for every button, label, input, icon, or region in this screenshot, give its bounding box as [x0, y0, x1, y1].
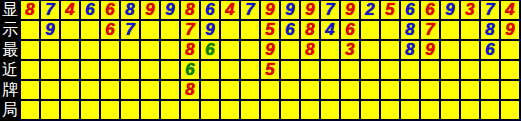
board-cell: 9: [261, 41, 279, 59]
board-cell: [121, 81, 139, 99]
board-cell: [421, 101, 439, 119]
board-cell: [101, 61, 119, 79]
board-cell: [361, 21, 379, 39]
board-cell: [281, 61, 299, 79]
board-cell: [101, 81, 119, 99]
board-cell: [241, 21, 259, 39]
board-cell: [61, 41, 79, 59]
board-cell: [361, 41, 379, 59]
board-cell: 4: [321, 21, 339, 39]
board-cell: [361, 81, 379, 99]
board-cell: [301, 101, 319, 119]
board-cell: [121, 61, 139, 79]
board-cell: 5: [381, 1, 399, 19]
board-cell: 8: [301, 21, 319, 39]
board-cell: [161, 41, 179, 59]
board-cell: 6: [401, 1, 419, 19]
board-cell: 3: [461, 1, 479, 19]
board-cell: [281, 101, 299, 119]
board-cell: [21, 101, 39, 119]
board-cell: [461, 21, 479, 39]
board-cell: 8: [481, 21, 499, 39]
board-cell: [161, 21, 179, 39]
board-cell: [101, 41, 119, 59]
board-cell: [141, 81, 159, 99]
board-cell: [41, 81, 59, 99]
board-cell: [61, 61, 79, 79]
board-cell: [401, 101, 419, 119]
board-cell: [41, 101, 59, 119]
board-cell: [221, 21, 239, 39]
board-cell: [321, 41, 339, 59]
board-cell: [441, 41, 459, 59]
board-cell: 6: [101, 1, 119, 19]
board-cell: [481, 101, 499, 119]
board-cell: [381, 21, 399, 39]
board-cell: [81, 41, 99, 59]
board-cell: [321, 101, 339, 119]
recent-games-scoreboard: 显示最近牌局 874668998647999792566937496779568…: [0, 0, 521, 121]
board-cell: [221, 101, 239, 119]
board-cell: [21, 81, 39, 99]
board-cell: [441, 81, 459, 99]
board-cell: 8: [21, 1, 39, 19]
board-cell: [501, 61, 519, 79]
board-cell: [61, 81, 79, 99]
board-cell: [21, 61, 39, 79]
board-cell: [261, 101, 279, 119]
board-cell: 9: [261, 1, 279, 19]
board-cell: 6: [481, 41, 499, 59]
board-cell: [301, 81, 319, 99]
board-cell: [381, 101, 399, 119]
board-cell: 9: [501, 21, 519, 39]
board-cell: [381, 41, 399, 59]
board-cell: [501, 81, 519, 99]
sidebar-label: 显示最近牌局: [0, 0, 20, 121]
board-cell: 4: [501, 1, 519, 19]
board-cell: 6: [81, 1, 99, 19]
board-cell: [421, 81, 439, 99]
board-cell: [81, 81, 99, 99]
board-cell: [141, 21, 159, 39]
board-cell: [281, 41, 299, 59]
board-cell: 6: [201, 41, 219, 59]
board-cell: 7: [121, 21, 139, 39]
board-cell: 4: [221, 1, 239, 19]
board-cell: [321, 81, 339, 99]
sidebar-label-char: 显: [0, 0, 20, 20]
board-cell: 6: [181, 61, 199, 79]
board-cell: 7: [241, 1, 259, 19]
board-cell: 7: [481, 1, 499, 19]
board-cell: [201, 81, 219, 99]
board-cell: [41, 61, 59, 79]
sidebar-label-char: 示: [0, 20, 20, 40]
board-cell: [461, 101, 479, 119]
game-history-grid: 8746689986479997925669374967795684687898…: [20, 0, 521, 121]
sidebar-label-char: 最: [0, 40, 20, 60]
board-cell: [121, 41, 139, 59]
board-cell: [161, 61, 179, 79]
board-cell: 9: [141, 1, 159, 19]
board-cell: 5: [261, 61, 279, 79]
board-cell: [401, 81, 419, 99]
board-cell: 6: [201, 1, 219, 19]
board-cell: 9: [41, 21, 59, 39]
board-cell: [481, 81, 499, 99]
board-cell: [241, 101, 259, 119]
board-cell: 7: [421, 21, 439, 39]
board-cell: 6: [421, 1, 439, 19]
board-cell: 7: [321, 1, 339, 19]
board-cell: [81, 61, 99, 79]
board-cell: 7: [181, 21, 199, 39]
board-cell: [441, 101, 459, 119]
board-cell: [221, 61, 239, 79]
board-cell: [341, 101, 359, 119]
board-cell: 8: [401, 41, 419, 59]
board-cell: 4: [61, 1, 79, 19]
board-cell: 7: [41, 1, 59, 19]
board-cell: [81, 101, 99, 119]
board-cell: 9: [421, 41, 439, 59]
board-cell: 9: [161, 1, 179, 19]
board-cell: [21, 21, 39, 39]
board-cell: [161, 81, 179, 99]
board-cell: [121, 101, 139, 119]
board-cell: [381, 81, 399, 99]
board-cell: [361, 61, 379, 79]
board-cell: [41, 41, 59, 59]
board-cell: [261, 81, 279, 99]
board-cell: [241, 61, 259, 79]
board-cell: [341, 81, 359, 99]
board-cell: [381, 61, 399, 79]
board-cell: [101, 101, 119, 119]
board-cell: [221, 41, 239, 59]
board-cell: 9: [341, 1, 359, 19]
board-cell: 5: [261, 21, 279, 39]
board-cell: 8: [301, 41, 319, 59]
sidebar-label-char: 牌: [0, 80, 20, 100]
board-cell: [281, 81, 299, 99]
board-cell: [481, 61, 499, 79]
board-cell: [501, 41, 519, 59]
board-cell: [241, 81, 259, 99]
sidebar-label-char: 局: [0, 100, 20, 120]
board-cell: [501, 101, 519, 119]
sidebar-label-char: 近: [0, 60, 20, 80]
board-cell: 3: [341, 41, 359, 59]
board-cell: 8: [401, 21, 419, 39]
board-cell: 8: [181, 41, 199, 59]
board-cell: 9: [281, 1, 299, 19]
board-cell: 9: [301, 1, 319, 19]
board-cell: [461, 61, 479, 79]
board-cell: [61, 21, 79, 39]
board-cell: [21, 41, 39, 59]
board-cell: [61, 101, 79, 119]
board-cell: 9: [201, 21, 219, 39]
board-cell: 8: [121, 1, 139, 19]
board-cell: [461, 41, 479, 59]
board-cell: [201, 101, 219, 119]
board-cell: [361, 101, 379, 119]
board-cell: 8: [181, 1, 199, 19]
board-cell: [461, 81, 479, 99]
board-cell: [161, 101, 179, 119]
board-cell: [441, 61, 459, 79]
board-cell: [241, 41, 259, 59]
board-cell: [321, 61, 339, 79]
board-cell: [441, 21, 459, 39]
board-cell: [221, 81, 239, 99]
board-cell: [421, 61, 439, 79]
board-cell: [301, 61, 319, 79]
board-cell: 6: [341, 21, 359, 39]
board-cell: 6: [281, 21, 299, 39]
board-cell: [401, 61, 419, 79]
board-cell: 6: [101, 21, 119, 39]
board-cell: [141, 101, 159, 119]
board-cell: [341, 61, 359, 79]
board-cell: [141, 41, 159, 59]
board-cell: [81, 21, 99, 39]
board-cell: 9: [441, 1, 459, 19]
board-cell: [141, 61, 159, 79]
board-cell: [181, 101, 199, 119]
board-cell: 8: [181, 81, 199, 99]
board-cell: 2: [361, 1, 379, 19]
board-cell: [201, 61, 219, 79]
